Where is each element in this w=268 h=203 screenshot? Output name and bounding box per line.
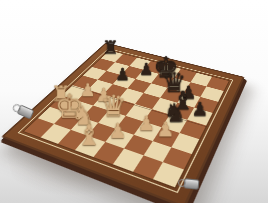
chess-board: ♜♟♚♟♛♟♝♟♞♟♟♜♛♟♟♚♞♟♝	[1, 42, 245, 203]
clasp-bottom-icon	[184, 178, 200, 190]
white-queen-d3[interactable]: ♛	[100, 91, 120, 121]
white-pawn-f3[interactable]: ♟	[136, 113, 157, 133]
white-pawn-e2[interactable]: ♟	[107, 121, 128, 141]
white-pawn-g3[interactable]: ♟	[155, 119, 176, 139]
white-bishop-d1[interactable]: ♝	[76, 120, 98, 149]
black-pawn-h5[interactable]: ♟	[190, 99, 210, 118]
product-photo-scene: ♜♟♚♟♛♟♝♟♞♟♟♜♛♟♟♚♞♟♝	[0, 0, 268, 203]
perspective-wrapper: ♜♟♚♟♛♟♝♟♞♟♟♜♛♟♟♚♞♟♝	[0, 0, 268, 203]
